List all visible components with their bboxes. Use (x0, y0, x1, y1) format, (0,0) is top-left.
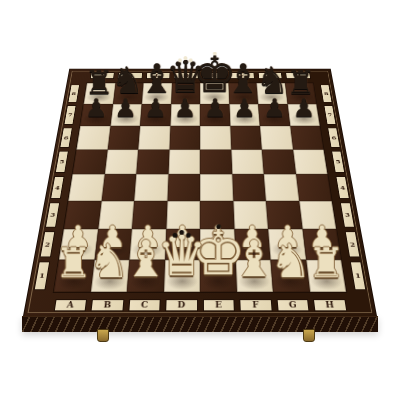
square-h7[interactable]: ♟ (287, 104, 320, 126)
square-b1[interactable]: ♞ (90, 259, 129, 292)
square-c7[interactable]: ♟ (140, 104, 171, 126)
white-rook[interactable]: ♜ (308, 244, 345, 283)
square-b4[interactable] (101, 174, 136, 201)
black-pawn[interactable]: ♟ (203, 96, 226, 120)
square-f1[interactable]: ♝ (235, 259, 273, 292)
rank-label-1-right: 1 (350, 262, 366, 290)
square-a6[interactable] (76, 126, 110, 149)
white-knight[interactable]: ♞ (270, 239, 312, 283)
square-b6[interactable] (107, 126, 140, 149)
rank-label-5-right: 5 (331, 151, 345, 173)
rank-label-3-left: 3 (45, 203, 60, 228)
file-label-e-bottom: E (202, 299, 234, 311)
crown-accent (216, 225, 221, 230)
file-label-h-bottom: H (313, 299, 347, 311)
square-h4[interactable] (296, 174, 332, 201)
rank-label-6-left: 6 (59, 127, 72, 147)
file-label-c-bottom: C (128, 299, 161, 311)
square-d7[interactable]: ♟ (170, 104, 200, 126)
rank-label-4-right: 4 (335, 176, 349, 199)
square-a5[interactable] (73, 149, 108, 174)
rank-label-6-right: 6 (327, 127, 340, 147)
square-d4[interactable] (167, 174, 200, 201)
white-knight[interactable]: ♞ (89, 239, 131, 283)
square-h6[interactable] (290, 126, 324, 149)
square-b7[interactable]: ♟ (110, 104, 142, 126)
black-pawn[interactable]: ♟ (114, 96, 137, 120)
rank-label-8-left: 8 (68, 84, 80, 102)
box-front-edge (22, 316, 378, 332)
file-label-g-bottom: G (276, 299, 309, 311)
square-e6[interactable] (200, 126, 231, 149)
file-label-d-bottom: D (165, 299, 197, 311)
black-pawn[interactable]: ♟ (144, 96, 167, 120)
black-pawn[interactable]: ♟ (293, 96, 316, 120)
rank-label-4-left: 4 (50, 176, 64, 199)
square-d1[interactable]: ♛ (163, 259, 200, 292)
square-f5[interactable] (231, 149, 264, 174)
crown-accent (213, 52, 217, 56)
square-e7[interactable]: ♟ (200, 104, 230, 126)
black-pawn[interactable]: ♟ (233, 96, 256, 120)
rank-label-5-left: 5 (55, 151, 69, 173)
square-h1[interactable]: ♜ (306, 259, 346, 292)
square-g7[interactable]: ♟ (258, 104, 290, 126)
rank-label-2-right: 2 (345, 231, 361, 257)
board: ABCDEFGH ABCDEFGH 87654321 87654321 ♜♞♝♛… (24, 69, 376, 316)
square-f6[interactable] (230, 126, 262, 149)
square-g4[interactable] (264, 174, 299, 201)
square-c4[interactable] (134, 174, 168, 201)
rank-label-8-right: 8 (320, 84, 332, 102)
brass-clasp-left (97, 329, 109, 342)
square-e4[interactable] (200, 174, 233, 201)
black-pawn[interactable]: ♟ (85, 96, 108, 120)
rank-label-3-right: 3 (340, 203, 355, 228)
square-d5[interactable] (168, 149, 200, 174)
file-label-b-bottom: B (91, 299, 124, 311)
square-g6[interactable] (260, 126, 293, 149)
file-label-a-bottom: A (53, 299, 87, 311)
rank-label-7-right: 7 (324, 105, 337, 124)
brass-clasp-right (303, 329, 315, 342)
square-b5[interactable] (104, 149, 138, 174)
square-d6[interactable] (169, 126, 200, 149)
file-label-f-bottom: F (239, 299, 272, 311)
square-c1[interactable]: ♝ (127, 259, 165, 292)
crown-accent (184, 56, 188, 60)
square-g5[interactable] (262, 149, 296, 174)
square-f4[interactable] (232, 174, 266, 201)
square-f7[interactable]: ♟ (229, 104, 260, 126)
rank-label-1-left: 1 (34, 262, 50, 290)
white-rook[interactable]: ♜ (55, 244, 92, 283)
square-a4[interactable] (68, 174, 104, 201)
square-a7[interactable]: ♟ (80, 104, 113, 126)
square-c6[interactable] (138, 126, 170, 149)
black-pawn[interactable]: ♟ (174, 96, 197, 120)
playing-grid: ♜♞♝♛♚♝♞♜♟♟♟♟♟♟♟♟♟♟♟♟♟♟♟♟♜♞♝♛♚♝♞♜ (54, 83, 346, 292)
rank-label-2-left: 2 (40, 231, 56, 257)
black-pawn[interactable]: ♟ (263, 96, 286, 120)
file-labels-bottom: ABCDEFGH (51, 298, 350, 312)
rank-label-7-left: 7 (64, 105, 77, 124)
square-c5[interactable] (136, 149, 169, 174)
crown-accent (179, 230, 184, 235)
square-e5[interactable] (200, 149, 232, 174)
square-g1[interactable]: ♞ (271, 259, 310, 292)
photo-scene: ABCDEFGH ABCDEFGH 87654321 87654321 ♜♞♝♛… (0, 0, 400, 400)
square-h5[interactable] (293, 149, 328, 174)
